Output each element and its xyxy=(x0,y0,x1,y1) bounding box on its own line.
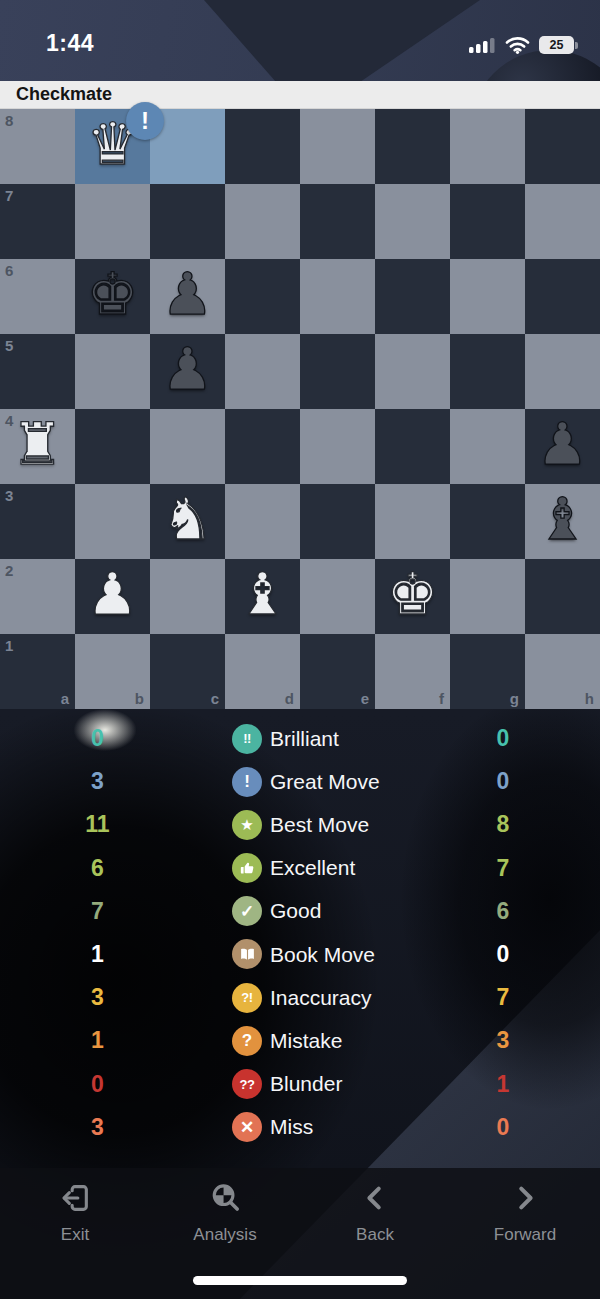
square-a4[interactable]: 4♜ xyxy=(0,409,75,484)
square-g7[interactable] xyxy=(450,184,525,259)
wifi-icon xyxy=(505,36,530,54)
square-b3[interactable] xyxy=(75,484,150,559)
white-count-good: 7 xyxy=(0,890,195,933)
file-label: c xyxy=(211,691,219,706)
square-d6[interactable] xyxy=(225,259,300,334)
square-a8[interactable]: 8 xyxy=(0,109,75,184)
chess-board: ! 8♛76♚♟5♟4♜♟3♞♝2♟♝♚1abcdefgh xyxy=(0,109,600,709)
square-h5[interactable] xyxy=(525,334,600,409)
square-b7[interactable] xyxy=(75,184,150,259)
classification-label: Brilliant xyxy=(270,717,339,760)
file-label: h xyxy=(585,691,594,706)
classification-label: Good xyxy=(270,890,321,933)
square-e5[interactable] xyxy=(300,334,375,409)
file-label: g xyxy=(510,691,519,706)
analysis-row-blunder: 0??Blunder1 xyxy=(0,1063,600,1106)
double-question-icon: ?? xyxy=(232,1069,262,1099)
cross-icon: ✕ xyxy=(232,1112,262,1142)
black-bishop: ♝ xyxy=(525,484,600,559)
page-title: Checkmate xyxy=(16,84,112,105)
square-g1[interactable]: g xyxy=(450,634,525,709)
classification-label: Miss xyxy=(270,1106,313,1149)
analysis-row-inaccuracy: 3?!Inaccuracy7 xyxy=(0,976,600,1019)
chess-app-screen: 1:44 25 Checkmate ! xyxy=(0,0,600,1299)
move-analysis-summary: 0!!Brilliant03!Great Move011★Best Move86… xyxy=(0,708,600,1168)
square-b1[interactable]: b xyxy=(75,634,150,709)
square-e1[interactable]: e xyxy=(300,634,375,709)
chevron-left-icon xyxy=(357,1180,393,1216)
black-pawn: ♟ xyxy=(525,409,600,484)
black-pawn: ♟ xyxy=(150,334,225,409)
square-a7[interactable]: 7 xyxy=(0,184,75,259)
square-d3[interactable] xyxy=(225,484,300,559)
square-g5[interactable] xyxy=(450,334,525,409)
square-e4[interactable] xyxy=(300,409,375,484)
classification-label: Great Move xyxy=(270,760,380,803)
exit-button[interactable]: Exit xyxy=(0,1168,150,1299)
square-a2[interactable]: 2 xyxy=(0,559,75,634)
analysis-row-great-move: 3!Great Move0 xyxy=(0,760,600,803)
white-count-mistake: 1 xyxy=(0,1019,195,1062)
back-label: Back xyxy=(356,1225,394,1245)
square-d7[interactable] xyxy=(225,184,300,259)
black-king: ♚ xyxy=(75,259,150,334)
white-count-miss: 3 xyxy=(0,1106,195,1149)
white-count-great-move: 3 xyxy=(0,760,195,803)
analysis-row-brilliant: 0!!Brilliant0 xyxy=(0,717,600,760)
chevron-right-icon xyxy=(507,1180,543,1216)
rank-label: 5 xyxy=(5,338,13,353)
white-king: ♚ xyxy=(375,559,450,634)
analysis-row-book-move: 1Book Move0 xyxy=(0,933,600,976)
square-d2[interactable]: ♝ xyxy=(225,559,300,634)
square-h6[interactable] xyxy=(525,259,600,334)
square-f1[interactable]: f xyxy=(375,634,450,709)
forward-label: Forward xyxy=(494,1225,556,1245)
analysis-icon xyxy=(207,1180,243,1216)
file-label: e xyxy=(361,691,369,706)
file-label: b xyxy=(135,691,144,706)
square-e2[interactable] xyxy=(300,559,375,634)
analysis-row-miss: 3✕Miss0 xyxy=(0,1106,600,1149)
forward-button[interactable]: Forward xyxy=(450,1168,600,1299)
square-g8[interactable] xyxy=(450,109,525,184)
square-g6[interactable] xyxy=(450,259,525,334)
black-pawn: ♟ xyxy=(150,259,225,334)
square-c1[interactable]: c xyxy=(150,634,225,709)
black-count-inaccuracy: 7 xyxy=(408,976,598,1019)
square-a6[interactable]: 6 xyxy=(0,259,75,334)
status-bar: 1:44 25 xyxy=(0,0,600,81)
square-h7[interactable] xyxy=(525,184,600,259)
question-icon: ? xyxy=(232,1026,262,1056)
black-count-mistake: 3 xyxy=(408,1019,598,1062)
classification-label: Best Move xyxy=(270,803,369,846)
check-icon: ✓ xyxy=(232,896,262,926)
square-e3[interactable] xyxy=(300,484,375,559)
square-h3[interactable]: ♝ xyxy=(525,484,600,559)
square-d8[interactable] xyxy=(225,109,300,184)
square-b6[interactable]: ♚ xyxy=(75,259,150,334)
square-f7[interactable] xyxy=(375,184,450,259)
square-c2[interactable] xyxy=(150,559,225,634)
white-count-excellent: 6 xyxy=(0,847,195,890)
square-c5[interactable]: ♟ xyxy=(150,334,225,409)
star-icon: ★ xyxy=(232,810,262,840)
square-c4[interactable] xyxy=(150,409,225,484)
white-count-brilliant: 0 xyxy=(0,717,195,760)
square-e6[interactable] xyxy=(300,259,375,334)
square-g2[interactable] xyxy=(450,559,525,634)
black-count-best-move: 8 xyxy=(408,803,598,846)
square-h4[interactable]: ♟ xyxy=(525,409,600,484)
white-knight: ♞ xyxy=(150,484,225,559)
square-e7[interactable] xyxy=(300,184,375,259)
black-count-excellent: 7 xyxy=(408,847,598,890)
square-a5[interactable]: 5 xyxy=(0,334,75,409)
square-a3[interactable]: 3 xyxy=(0,484,75,559)
square-c6[interactable]: ♟ xyxy=(150,259,225,334)
file-label: d xyxy=(285,691,294,706)
battery-percent: 25 xyxy=(550,38,564,52)
square-b2[interactable]: ♟ xyxy=(75,559,150,634)
classification-label: Inaccuracy xyxy=(270,976,372,1019)
header-bar: Checkmate xyxy=(0,81,600,109)
rank-label: 7 xyxy=(5,188,13,203)
analysis-row-mistake: 1?Mistake3 xyxy=(0,1019,600,1062)
clock-time: 1:44 xyxy=(46,30,94,57)
square-g3[interactable] xyxy=(450,484,525,559)
square-d5[interactable] xyxy=(225,334,300,409)
classification-label: Blunder xyxy=(270,1063,342,1106)
square-b4[interactable] xyxy=(75,409,150,484)
square-f2[interactable]: ♚ xyxy=(375,559,450,634)
square-f4[interactable] xyxy=(375,409,450,484)
white-count-inaccuracy: 3 xyxy=(0,976,195,1019)
white-count-best-move: 11 xyxy=(0,803,195,846)
analysis-label: Analysis xyxy=(193,1225,256,1245)
white-pawn: ♟ xyxy=(75,559,150,634)
white-count-book-move: 1 xyxy=(0,933,195,976)
square-c3[interactable]: ♞ xyxy=(150,484,225,559)
classification-label: Excellent xyxy=(270,847,355,890)
file-label: a xyxy=(61,691,69,706)
square-a1[interactable]: 1a xyxy=(0,634,75,709)
double-exclam-icon: !! xyxy=(232,724,262,754)
square-h8[interactable] xyxy=(525,109,600,184)
exit-icon xyxy=(57,1180,93,1216)
signal-strength-icon xyxy=(469,36,496,54)
thumb-up-icon xyxy=(232,853,262,883)
square-f8[interactable] xyxy=(375,109,450,184)
analysis-row-good: 7✓Good6 xyxy=(0,890,600,933)
analysis-row-excellent: 6Excellent7 xyxy=(0,847,600,890)
black-count-good: 6 xyxy=(408,890,598,933)
square-f5[interactable] xyxy=(375,334,450,409)
square-f3[interactable] xyxy=(375,484,450,559)
black-count-blunder: 1 xyxy=(408,1063,598,1106)
black-count-book-move: 0 xyxy=(408,933,598,976)
square-d1[interactable]: d xyxy=(225,634,300,709)
question-exclam-icon: ?! xyxy=(232,983,262,1013)
rank-label: 3 xyxy=(5,488,13,503)
exit-label: Exit xyxy=(61,1225,89,1245)
classification-label: Book Move xyxy=(270,933,375,976)
battery-icon: 25 xyxy=(539,36,578,54)
black-count-miss: 0 xyxy=(408,1106,598,1149)
rank-label: 2 xyxy=(5,563,13,578)
square-g4[interactable] xyxy=(450,409,525,484)
square-d4[interactable] xyxy=(225,409,300,484)
white-bishop: ♝ xyxy=(225,559,300,634)
white-count-blunder: 0 xyxy=(0,1063,195,1106)
square-c7[interactable] xyxy=(150,184,225,259)
white-rook: ♜ xyxy=(0,409,75,484)
rank-label: 1 xyxy=(5,638,13,653)
rank-label: 6 xyxy=(5,263,13,278)
file-label: f xyxy=(439,691,444,706)
square-f6[interactable] xyxy=(375,259,450,334)
analysis-row-best-move: 11★Best Move8 xyxy=(0,803,600,846)
classification-label: Mistake xyxy=(270,1019,342,1062)
black-count-great-move: 0 xyxy=(408,760,598,803)
square-b5[interactable] xyxy=(75,334,150,409)
open-book-icon xyxy=(232,939,262,969)
exclam-icon: ! xyxy=(232,767,262,797)
move-classification-badge: ! xyxy=(126,102,164,140)
square-h2[interactable] xyxy=(525,559,600,634)
square-e8[interactable] xyxy=(300,109,375,184)
square-h1[interactable]: h xyxy=(525,634,600,709)
home-indicator[interactable] xyxy=(193,1276,407,1285)
black-count-brilliant: 0 xyxy=(408,717,598,760)
rank-label: 8 xyxy=(5,113,13,128)
